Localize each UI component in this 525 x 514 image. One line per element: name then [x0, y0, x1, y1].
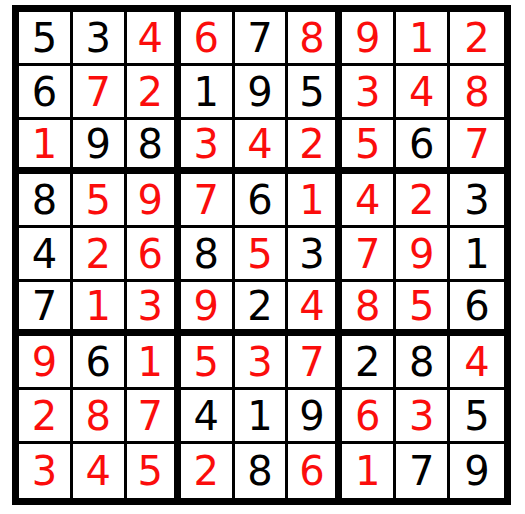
cell-r7c8[interactable]: 8: [396, 336, 450, 390]
cell-r7c5[interactable]: 3: [235, 336, 289, 390]
cell-r7c6[interactable]: 7: [288, 336, 342, 390]
cell-r1c2[interactable]: 3: [73, 12, 127, 66]
cell-r2c9[interactable]: 8: [450, 66, 504, 120]
cell-r3c1[interactable]: 1: [19, 120, 73, 174]
cell-r1c7[interactable]: 9: [342, 12, 396, 66]
cell-r6c3[interactable]: 3: [127, 282, 181, 336]
cell-r8c4[interactable]: 4: [181, 390, 235, 444]
cell-r8c1[interactable]: 2: [19, 390, 73, 444]
cell-r4c3[interactable]: 9: [127, 174, 181, 228]
cell-r2c3[interactable]: 2: [127, 66, 181, 120]
cell-r6c7[interactable]: 8: [342, 282, 396, 336]
cell-r7c7[interactable]: 2: [342, 336, 396, 390]
cell-r2c1[interactable]: 6: [19, 66, 73, 120]
cell-r3c6[interactable]: 2: [288, 120, 342, 174]
cell-r7c9[interactable]: 4: [450, 336, 504, 390]
cell-r3c4[interactable]: 3: [181, 120, 235, 174]
cell-r4c2[interactable]: 5: [73, 174, 127, 228]
cell-r3c9[interactable]: 7: [450, 120, 504, 174]
cell-r2c4[interactable]: 1: [181, 66, 235, 120]
cell-r6c9[interactable]: 6: [450, 282, 504, 336]
cell-r6c1[interactable]: 7: [19, 282, 73, 336]
cell-r8c6[interactable]: 9: [288, 390, 342, 444]
cell-r1c1[interactable]: 5: [19, 12, 73, 66]
cell-r4c8[interactable]: 2: [396, 174, 450, 228]
cell-r9c8[interactable]: 7: [396, 444, 450, 498]
cell-r8c9[interactable]: 5: [450, 390, 504, 444]
cell-r4c4[interactable]: 7: [181, 174, 235, 228]
cell-r5c7[interactable]: 7: [342, 228, 396, 282]
cell-r3c7[interactable]: 5: [342, 120, 396, 174]
cell-r6c4[interactable]: 9: [181, 282, 235, 336]
cell-r5c9[interactable]: 1: [450, 228, 504, 282]
cell-r3c3[interactable]: 8: [127, 120, 181, 174]
cell-r2c8[interactable]: 4: [396, 66, 450, 120]
cell-r1c3[interactable]: 4: [127, 12, 181, 66]
cell-r5c2[interactable]: 2: [73, 228, 127, 282]
cell-r6c2[interactable]: 1: [73, 282, 127, 336]
cell-r5c1[interactable]: 4: [19, 228, 73, 282]
cell-r9c9[interactable]: 9: [450, 444, 504, 498]
cell-r8c7[interactable]: 6: [342, 390, 396, 444]
cell-r9c3[interactable]: 5: [127, 444, 181, 498]
cell-r7c4[interactable]: 5: [181, 336, 235, 390]
cell-r5c6[interactable]: 3: [288, 228, 342, 282]
cell-r7c1[interactable]: 9: [19, 336, 73, 390]
cell-r4c7[interactable]: 4: [342, 174, 396, 228]
page: 5346789126721953481983425678597614234268…: [0, 0, 525, 505]
cell-r5c3[interactable]: 6: [127, 228, 181, 282]
cell-r4c6[interactable]: 1: [288, 174, 342, 228]
cell-r8c8[interactable]: 3: [396, 390, 450, 444]
cell-r4c5[interactable]: 6: [235, 174, 289, 228]
cell-r7c3[interactable]: 1: [127, 336, 181, 390]
cell-r4c1[interactable]: 8: [19, 174, 73, 228]
cell-r4c9[interactable]: 3: [450, 174, 504, 228]
cell-r9c6[interactable]: 6: [288, 444, 342, 498]
cell-r3c5[interactable]: 4: [235, 120, 289, 174]
cell-r2c7[interactable]: 3: [342, 66, 396, 120]
cell-r6c6[interactable]: 4: [288, 282, 342, 336]
cell-r7c2[interactable]: 6: [73, 336, 127, 390]
cell-r1c9[interactable]: 2: [450, 12, 504, 66]
cell-r9c5[interactable]: 8: [235, 444, 289, 498]
sudoku-board: 5346789126721953481983425678597614234268…: [12, 5, 511, 505]
cell-r8c5[interactable]: 1: [235, 390, 289, 444]
cell-r1c4[interactable]: 6: [181, 12, 235, 66]
cell-r2c2[interactable]: 7: [73, 66, 127, 120]
cell-r1c6[interactable]: 8: [288, 12, 342, 66]
cell-r2c5[interactable]: 9: [235, 66, 289, 120]
cell-r5c5[interactable]: 5: [235, 228, 289, 282]
cell-r9c4[interactable]: 2: [181, 444, 235, 498]
cell-r5c8[interactable]: 9: [396, 228, 450, 282]
cell-r9c1[interactable]: 3: [19, 444, 73, 498]
cell-r6c5[interactable]: 2: [235, 282, 289, 336]
cell-r1c8[interactable]: 1: [396, 12, 450, 66]
cell-r1c5[interactable]: 7: [235, 12, 289, 66]
cell-r5c4[interactable]: 8: [181, 228, 235, 282]
cell-r2c6[interactable]: 5: [288, 66, 342, 120]
cell-r6c8[interactable]: 5: [396, 282, 450, 336]
cell-r8c3[interactable]: 7: [127, 390, 181, 444]
cell-r3c8[interactable]: 6: [396, 120, 450, 174]
cell-r3c2[interactable]: 9: [73, 120, 127, 174]
cell-r8c2[interactable]: 8: [73, 390, 127, 444]
cell-r9c7[interactable]: 1: [342, 444, 396, 498]
cell-r9c2[interactable]: 4: [73, 444, 127, 498]
